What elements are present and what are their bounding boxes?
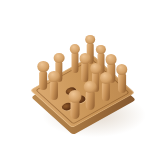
peg[interactable] [99,72,113,101]
peg-head [100,72,112,84]
peg-body [102,82,110,101]
peg[interactable] [47,71,60,100]
peg-head [48,71,60,83]
peg[interactable] [67,90,82,119]
peg-head [116,64,128,75]
peg-body [118,73,126,93]
peg-head [68,90,81,103]
peg-body [50,81,58,100]
peg-head [53,53,64,63]
peg[interactable] [83,81,97,110]
peg-body [70,100,79,119]
peg-head [85,35,95,44]
peg-body [71,52,78,73]
scene [0,0,160,160]
peg[interactable] [115,64,128,93]
peg-body [81,62,88,82]
peg-head [69,44,79,54]
peg-body [86,91,95,110]
peg-head [96,45,106,55]
peg-body [39,71,47,91]
peg-head [84,81,97,93]
